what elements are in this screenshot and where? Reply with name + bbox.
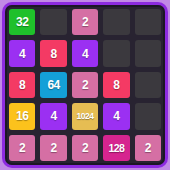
tile-value: 1024 bbox=[77, 112, 94, 121]
empty-cell-r0c1 bbox=[40, 9, 66, 35]
tile-2-r4c4: 2 bbox=[135, 135, 161, 161]
tile-2-r4c1: 2 bbox=[40, 135, 66, 161]
tile-4-r1c0: 4 bbox=[9, 40, 35, 66]
game-board[interactable]: 32248486428164102442221282 bbox=[5, 5, 165, 165]
tile-64-r2c1: 64 bbox=[40, 72, 66, 98]
tile-16-r3c0: 16 bbox=[9, 103, 35, 129]
tile-value: 8 bbox=[113, 79, 119, 91]
tile-4-r1c2: 4 bbox=[72, 40, 98, 66]
tile-value: 2 bbox=[82, 142, 88, 154]
tile-value: 128 bbox=[108, 143, 124, 154]
tile-value: 2 bbox=[19, 142, 25, 154]
tile-value: 2 bbox=[145, 142, 151, 154]
tile-2-r4c2: 2 bbox=[72, 135, 98, 161]
tile-4-r3c3: 4 bbox=[103, 103, 129, 129]
board-frame: 32248486428164102442221282 bbox=[2, 2, 168, 168]
tile-value: 2 bbox=[82, 79, 88, 91]
tile-8-r2c0: 8 bbox=[9, 72, 35, 98]
tile-value: 2 bbox=[51, 142, 57, 154]
empty-cell-r0c3 bbox=[103, 9, 129, 35]
tile-value: 4 bbox=[82, 48, 88, 60]
tile-32-r0c0: 32 bbox=[9, 9, 35, 35]
tile-value: 2 bbox=[82, 16, 88, 28]
tile-value: 8 bbox=[51, 48, 57, 60]
tile-1024-r3c2: 1024 bbox=[72, 103, 98, 129]
tile-8-r1c1: 8 bbox=[40, 40, 66, 66]
empty-cell-r1c3 bbox=[103, 40, 129, 66]
tile-value: 64 bbox=[47, 79, 59, 91]
empty-cell-r0c4 bbox=[135, 9, 161, 35]
tile-value: 32 bbox=[16, 16, 28, 28]
empty-cell-r1c4 bbox=[135, 40, 161, 66]
tile-128-r4c3: 128 bbox=[103, 135, 129, 161]
tile-value: 16 bbox=[16, 110, 28, 122]
tile-4-r3c1: 4 bbox=[40, 103, 66, 129]
app-window: 32248486428164102442221282 bbox=[0, 0, 170, 170]
tile-2-r4c0: 2 bbox=[9, 135, 35, 161]
tile-value: 4 bbox=[51, 110, 57, 122]
tile-2-r0c2: 2 bbox=[72, 9, 98, 35]
tile-value: 8 bbox=[19, 79, 25, 91]
tile-2-r2c2: 2 bbox=[72, 72, 98, 98]
tile-value: 4 bbox=[113, 110, 119, 122]
empty-cell-r3c4 bbox=[135, 103, 161, 129]
empty-cell-r2c4 bbox=[135, 72, 161, 98]
tile-value: 4 bbox=[19, 48, 25, 60]
tile-8-r2c3: 8 bbox=[103, 72, 129, 98]
